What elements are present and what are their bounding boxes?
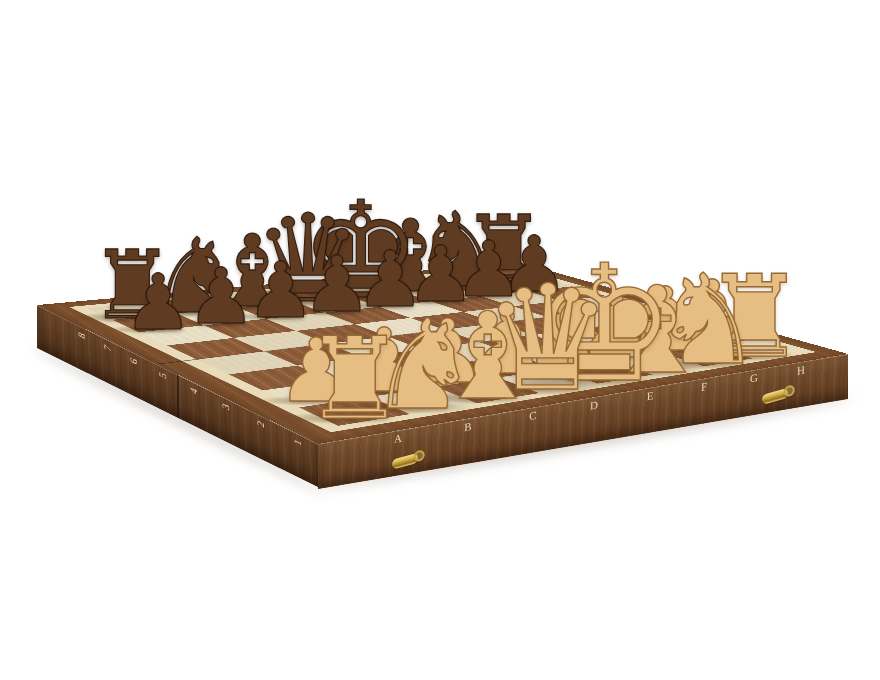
rank-label-3: 3 <box>220 398 231 415</box>
rank-label-4: 4 <box>188 382 199 399</box>
chess-set-photo: 12345678 ABCDEFGH ♜♞♝♛♚♝♞♜♟♟♟♟♟♟♟♟♟♟♟♟♟♟… <box>0 0 880 680</box>
piece-white-rook-a1[interactable]: ♜ <box>269 322 440 436</box>
rank-label-7: 7 <box>102 339 113 356</box>
brass-latch-icon <box>392 453 419 470</box>
rank-label-5: 5 <box>157 367 168 384</box>
fold-seam-side <box>177 375 179 418</box>
piece-black-pawn-a7[interactable]: ♟ <box>100 264 216 341</box>
pieces-layer: ♜♞♝♛♚♝♞♜♟♟♟♟♟♟♟♟♟♟♟♟♟♟♟♟♜♞♝♛♚♝♞♜ <box>0 0 880 680</box>
brass-latch-icon <box>762 388 789 405</box>
piece-glyph: ♟ <box>100 264 216 341</box>
piece-glyph: ♜ <box>269 322 440 436</box>
rank-label-6: 6 <box>128 352 139 369</box>
